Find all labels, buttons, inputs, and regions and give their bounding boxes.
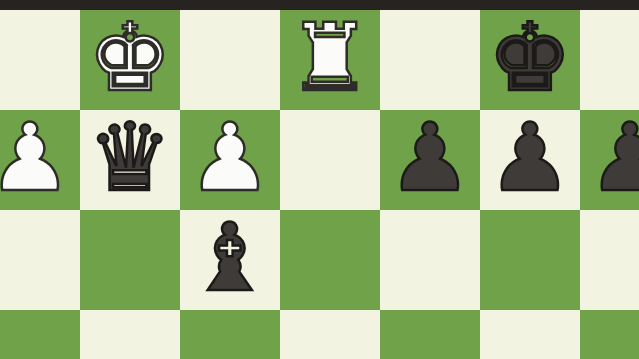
square-b5[interactable]: [80, 310, 180, 359]
black-queen-b7[interactable]: ♛: [80, 110, 180, 210]
square-a7[interactable]: ♟: [0, 110, 80, 210]
square-c5[interactable]: [180, 310, 280, 359]
square-e7[interactable]: ♟: [380, 110, 480, 210]
square-f6[interactable]: [480, 210, 580, 310]
square-b8[interactable]: ♚: [80, 10, 180, 110]
square-b7[interactable]: ♛: [80, 110, 180, 210]
square-d6[interactable]: [280, 210, 380, 310]
square-g6[interactable]: [580, 210, 639, 310]
square-d5[interactable]: [280, 310, 380, 359]
square-b6[interactable]: [80, 210, 180, 310]
square-f8[interactable]: ♚: [480, 10, 580, 110]
square-d8[interactable]: ♜: [280, 10, 380, 110]
square-c6[interactable]: ♝: [180, 210, 280, 310]
square-e6[interactable]: [380, 210, 480, 310]
square-a8[interactable]: [0, 10, 80, 110]
square-a5[interactable]: [0, 310, 80, 359]
square-d7[interactable]: [280, 110, 380, 210]
black-pawn-e7[interactable]: ♟: [380, 110, 480, 210]
square-e8[interactable]: [380, 10, 480, 110]
white-pawn-c7[interactable]: ♟: [180, 110, 280, 210]
square-g5[interactable]: [580, 310, 639, 359]
square-g7[interactable]: ♟: [580, 110, 639, 210]
chess-app-viewport: ♚♜♚♟♛♟♟♟♟♝: [0, 0, 639, 359]
white-pawn-a7[interactable]: ♟: [0, 110, 80, 210]
black-king-f8[interactable]: ♚: [480, 10, 580, 110]
square-e5[interactable]: [380, 310, 480, 359]
square-g8[interactable]: [580, 10, 639, 110]
square-f5[interactable]: [480, 310, 580, 359]
white-rook-d8[interactable]: ♜: [280, 10, 380, 110]
black-pawn-f7[interactable]: ♟: [480, 110, 580, 210]
chess-board: ♚♜♚♟♛♟♟♟♟♝: [0, 10, 639, 359]
square-f7[interactable]: ♟: [480, 110, 580, 210]
black-pawn-g7[interactable]: ♟: [580, 110, 639, 210]
square-c7[interactable]: ♟: [180, 110, 280, 210]
black-bishop-c6[interactable]: ♝: [180, 210, 280, 310]
square-c8[interactable]: [180, 10, 280, 110]
white-king-b8[interactable]: ♚: [80, 10, 180, 110]
square-a6[interactable]: [0, 210, 80, 310]
